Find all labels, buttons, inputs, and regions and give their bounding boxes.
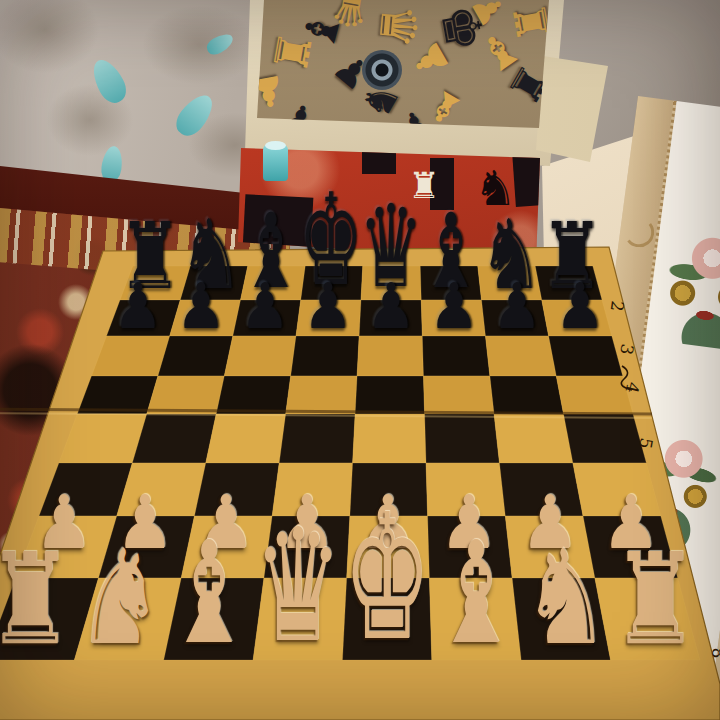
board-square — [206, 414, 286, 463]
board-square — [428, 516, 513, 578]
board-square — [132, 414, 216, 463]
board-square — [120, 266, 190, 300]
board-square — [425, 414, 500, 463]
board-square — [164, 578, 264, 660]
board-square — [272, 463, 352, 516]
board-square — [180, 266, 248, 300]
board-square — [535, 266, 602, 300]
board-square — [355, 376, 424, 414]
board-square — [241, 266, 306, 300]
board-square — [353, 414, 426, 463]
board-square — [490, 376, 564, 414]
board-square — [301, 266, 363, 300]
board-square — [286, 376, 357, 414]
board-square — [583, 516, 678, 578]
board-square — [485, 336, 556, 376]
board-square — [494, 414, 573, 463]
board-square — [181, 516, 272, 578]
board-square — [147, 376, 225, 414]
board-square — [107, 300, 181, 336]
board-square — [564, 414, 647, 463]
board-square — [216, 376, 291, 414]
board-square — [423, 376, 494, 414]
board-square — [264, 516, 350, 578]
board-square — [421, 300, 485, 336]
board-square — [542, 300, 612, 336]
board-square — [224, 336, 296, 376]
board-square — [420, 266, 481, 300]
board-square — [573, 463, 661, 516]
board-square — [117, 463, 206, 516]
board-square — [342, 578, 431, 660]
board-square — [357, 336, 423, 376]
board-square — [233, 300, 301, 336]
board-square — [422, 336, 490, 376]
board-square — [347, 516, 430, 578]
board-square — [512, 578, 610, 660]
board-square — [279, 414, 355, 463]
board-square — [478, 266, 542, 300]
rank-label: 8 — [708, 647, 720, 660]
board-square — [170, 300, 241, 336]
board-square — [253, 578, 347, 660]
board-square — [359, 300, 422, 336]
board-square — [296, 300, 361, 336]
photo-scene: ♛♜♟♝♟♛♟♚♝♜♞♟♝♟♜♟ ♜ ♞ 23458 ♜♞♝♚♛♝♞♜♟♟♟♟♟… — [0, 0, 720, 720]
board-square — [158, 336, 233, 376]
board-square — [429, 578, 521, 660]
board-square — [194, 463, 279, 516]
board-square — [291, 336, 359, 376]
board-square — [499, 463, 583, 516]
board-square — [549, 336, 623, 376]
board-square — [426, 463, 505, 516]
board-square — [505, 516, 595, 578]
board-square — [361, 266, 421, 300]
board-square — [482, 300, 549, 336]
chessboard: 23458 — [0, 0, 720, 720]
board-square — [350, 463, 428, 516]
board-square — [77, 376, 158, 414]
